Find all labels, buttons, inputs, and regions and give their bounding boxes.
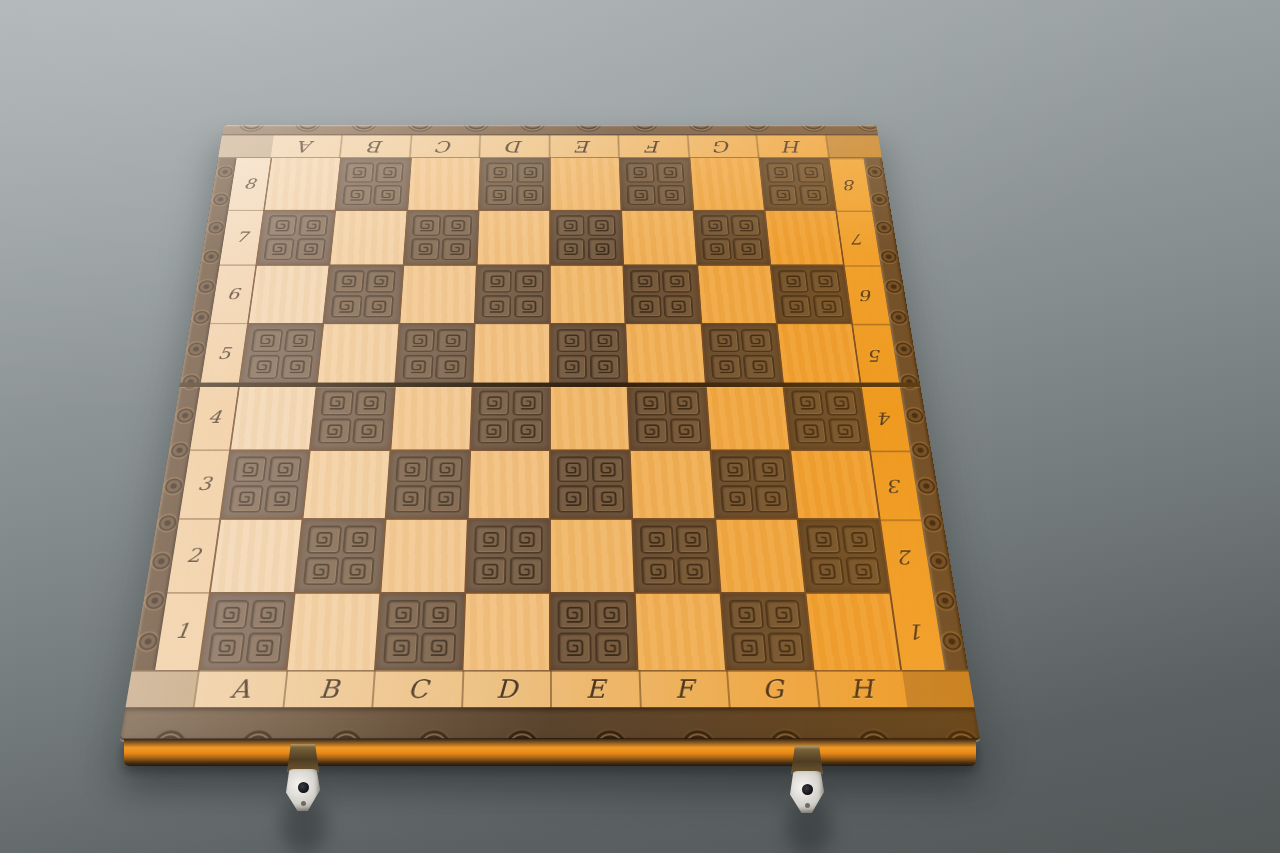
square-spiral-icon [251, 637, 278, 659]
spiral-stamp [442, 238, 471, 260]
square-spiral-icon [810, 530, 835, 550]
spiral-stamp [592, 485, 625, 512]
square-spiral-icon [562, 489, 585, 508]
square-spiral-icon [426, 637, 451, 659]
square-spiral-icon [349, 165, 370, 179]
square-spiral-icon [630, 165, 650, 179]
square-h1[interactable] [806, 593, 900, 669]
spiral-stamp [485, 185, 513, 205]
square-spiral-icon [518, 298, 539, 314]
square-spiral-icon [560, 218, 580, 233]
spiral-stamp [284, 329, 316, 353]
spiral-stamp [556, 215, 584, 236]
square-spiral-icon [303, 218, 325, 233]
file-label-d-bottom: D [461, 670, 550, 707]
square-d3[interactable] [469, 451, 550, 519]
spiral-stamp [636, 418, 668, 444]
file-label-a-bottom: A [193, 670, 286, 707]
square-spiral-icon [850, 561, 876, 581]
spiral-stamp [477, 418, 509, 444]
square-spiral-icon [308, 561, 333, 581]
spiral-stamp [340, 557, 375, 586]
square-f6[interactable] [624, 266, 700, 323]
spiral-stamp [663, 295, 694, 318]
square-spiral-icon [517, 394, 539, 412]
spiral-stamp [208, 633, 246, 664]
square-spiral-icon [408, 332, 430, 349]
spiral-stamp [514, 270, 543, 292]
spiral-stamp [627, 185, 656, 205]
spiral-stamp [595, 633, 630, 664]
square-a3[interactable] [221, 451, 309, 519]
spiral-stamp [510, 526, 543, 554]
spiral-stamp [841, 526, 877, 554]
spiral-stamp [733, 238, 764, 260]
spiral-stamp [383, 633, 419, 664]
square-e2[interactable] [551, 520, 634, 592]
square-a2[interactable] [211, 520, 302, 592]
square-spiral-icon [416, 218, 437, 233]
square-spiral-icon [599, 604, 623, 625]
square-spiral-icon [814, 561, 840, 581]
square-spiral-icon [300, 241, 322, 256]
spiral-stamp [768, 633, 805, 664]
square-spiral-icon [563, 637, 587, 659]
spiral-stamp [796, 163, 826, 183]
square-spiral-icon [486, 298, 507, 314]
square-b1[interactable] [288, 593, 379, 669]
square-d7[interactable] [477, 211, 549, 265]
square-spiral-icon [562, 604, 586, 625]
square-spiral-icon [713, 332, 735, 349]
spiral-stamp [251, 329, 284, 353]
clasp-latch-left [284, 744, 322, 814]
spiral-stamp [589, 329, 619, 353]
square-spiral-icon [592, 241, 613, 256]
file-label-c-bottom: C [371, 670, 462, 707]
square-spiral-icon [268, 241, 290, 256]
spiral-stamp [557, 355, 587, 379]
square-c8[interactable] [408, 158, 480, 209]
spiral-stamp [809, 557, 845, 586]
square-spiral-icon [400, 460, 423, 479]
square-e5[interactable] [551, 324, 627, 384]
spiral-stamp [430, 456, 463, 482]
square-d8[interactable] [479, 158, 549, 209]
square-spiral-icon [673, 394, 696, 412]
square-spiral-icon [561, 358, 582, 375]
square-spiral-icon [483, 394, 505, 412]
square-f5[interactable] [626, 324, 704, 384]
square-h3[interactable] [791, 451, 879, 519]
square-f7[interactable] [622, 211, 696, 265]
square-f8[interactable] [620, 158, 692, 209]
square-spiral-icon [377, 188, 398, 202]
spiral-stamp [352, 418, 385, 444]
spiral-stamp [558, 599, 592, 629]
spiral-stamp [212, 599, 249, 629]
square-spiral-icon [433, 489, 456, 508]
square-spiral-icon [414, 241, 435, 256]
square-spiral-icon [490, 165, 510, 179]
spiral-stamp [728, 599, 764, 629]
spiral-stamp [765, 599, 801, 629]
square-spiral-icon [288, 332, 311, 349]
square-spiral-icon [478, 561, 502, 581]
square-spiral-icon [660, 165, 680, 179]
square-a5[interactable] [240, 324, 322, 384]
square-spiral-icon [379, 165, 400, 179]
label-strip-corner [126, 670, 198, 707]
square-e7[interactable] [551, 211, 623, 265]
square-spiral-icon [785, 298, 808, 314]
square-spiral-icon [370, 274, 392, 290]
file-label-b-top: B [340, 135, 411, 158]
spiral-stamp [486, 163, 514, 183]
square-spiral-icon [489, 188, 509, 202]
square-c4[interactable] [391, 385, 471, 449]
square-d5[interactable] [473, 324, 549, 384]
spiral-stamp [512, 418, 543, 444]
spiral-stamp [395, 456, 428, 482]
spiral-stamp [812, 295, 844, 318]
square-spiral-icon [748, 358, 771, 375]
square-spiral-icon [218, 604, 245, 625]
spiral-stamp [731, 633, 767, 664]
square-spiral-icon [348, 530, 373, 550]
spiral-stamp [743, 355, 775, 379]
square-spiral-icon [636, 298, 657, 314]
spiral-stamp [402, 355, 434, 379]
clasp-latch-right [788, 746, 826, 816]
spiral-stamp [412, 215, 441, 236]
spiral-stamp [321, 391, 354, 416]
spiral-stamp [373, 185, 402, 205]
spiral-stamp [794, 418, 828, 444]
square-d4[interactable] [471, 385, 549, 449]
file-label-c-top: C [410, 135, 481, 158]
spiral-stamp [676, 526, 710, 554]
square-spiral-icon [681, 530, 705, 550]
spiral-stamp [791, 391, 824, 416]
file-label-g-bottom: G [726, 670, 818, 707]
square-spiral-icon [427, 604, 452, 625]
square-h6[interactable] [771, 266, 851, 323]
spiral-stamp [641, 557, 675, 586]
spiral-stamp [333, 270, 364, 292]
spiral-stamp [474, 526, 507, 554]
square-b2[interactable] [296, 520, 384, 592]
spiral-stamp [631, 295, 661, 318]
spiral-stamp [363, 295, 394, 318]
square-spiral-icon [435, 460, 458, 479]
square-spiral-icon [635, 274, 656, 290]
chessboard: ABCDEFGH 87654321 87654321 ABCDEFGH [120, 125, 980, 740]
spiral-stamp [482, 270, 511, 292]
square-c3[interactable] [386, 451, 469, 519]
file-label-e-bottom: E [550, 670, 639, 707]
spiral-stamp [343, 526, 378, 554]
spiral-stamp [318, 418, 351, 444]
file-label-f-top: F [619, 135, 690, 158]
spiral-stamp [435, 355, 466, 379]
square-d1[interactable] [463, 593, 549, 669]
square-spiral-icon [357, 422, 380, 440]
spiral-stamp [828, 418, 862, 444]
square-a8[interactable] [265, 158, 340, 209]
square-h8[interactable] [760, 158, 835, 209]
square-h7[interactable] [765, 211, 843, 265]
square-spiral-icon [482, 422, 504, 440]
square-spiral-icon [256, 332, 279, 349]
square-spiral-icon [390, 604, 415, 625]
square-spiral-icon [795, 394, 819, 412]
label-strip-corner [902, 670, 974, 707]
square-spiral-icon [398, 489, 422, 508]
square-g3[interactable] [711, 451, 796, 519]
square-spiral-icon [520, 188, 540, 202]
spiral-stamp [557, 456, 589, 482]
square-spiral-icon [273, 460, 298, 479]
spiral-stamp [263, 238, 294, 260]
square-g2[interactable] [716, 520, 804, 592]
spiral-stamp [514, 295, 543, 318]
square-b5[interactable] [318, 324, 398, 384]
square-e3[interactable] [551, 451, 632, 519]
board-front-edge [124, 739, 976, 766]
square-spiral-icon [335, 298, 357, 314]
spiral-stamp [626, 163, 654, 183]
spiral-stamp [592, 456, 624, 482]
square-f2[interactable] [633, 520, 719, 592]
spiral-stamp [437, 329, 468, 353]
square-g6[interactable] [698, 266, 776, 323]
spiral-stamp [245, 633, 283, 664]
file-label-d-top: D [480, 135, 550, 158]
clasp-hinge-left [287, 744, 319, 772]
square-b3[interactable] [304, 451, 389, 519]
square-spiral-icon [817, 298, 840, 314]
square-spiral-icon [722, 460, 746, 479]
square-spiral-icon [238, 460, 263, 479]
square-b7[interactable] [331, 211, 407, 265]
square-spiral-icon [829, 394, 853, 412]
square-c2[interactable] [381, 520, 467, 592]
square-spiral-icon [715, 358, 738, 375]
square-g4[interactable] [706, 385, 789, 449]
board-carved-border-top [222, 125, 878, 135]
square-spiral-icon [234, 489, 259, 508]
square-spiral-icon [440, 358, 462, 375]
spiral-stamp [233, 456, 268, 482]
spiral-stamp [420, 633, 455, 664]
square-c6[interactable] [400, 266, 476, 323]
square-spiral-icon [770, 165, 791, 179]
spiral-stamp [809, 270, 841, 292]
spiral-stamp [590, 355, 621, 379]
spiral-stamp [557, 485, 589, 512]
square-spiral-icon [782, 274, 804, 290]
square-spiral-icon [269, 489, 294, 508]
fold-seam [180, 383, 921, 387]
spiral-stamp [670, 418, 703, 444]
square-spiral-icon [252, 358, 276, 375]
square-b6[interactable] [324, 266, 402, 323]
square-e1[interactable] [551, 593, 637, 669]
square-spiral-icon [704, 218, 725, 233]
square-spiral-icon [682, 561, 707, 581]
square-g1[interactable] [721, 593, 812, 669]
square-b8[interactable] [336, 158, 410, 209]
spiral-stamp [443, 215, 472, 236]
square-spiral-icon [798, 422, 822, 440]
spiral-stamp [755, 485, 790, 512]
square-spiral-icon [479, 530, 503, 550]
spiral-stamp [752, 456, 786, 482]
spiral-stamp [557, 329, 587, 353]
square-spiral-icon [407, 358, 429, 375]
square-e6[interactable] [551, 266, 625, 323]
square-c7[interactable] [404, 211, 478, 265]
spiral-stamp [345, 163, 374, 183]
spiral-stamp [635, 391, 667, 416]
square-spiral-icon [846, 530, 872, 550]
file-label-e-top: E [550, 135, 620, 158]
file-label-b-bottom: B [282, 670, 374, 707]
square-spiral-icon [255, 604, 281, 625]
square-c5[interactable] [396, 324, 474, 384]
square-spiral-icon [733, 604, 758, 625]
square-spiral-icon [487, 274, 508, 290]
spiral-stamp [264, 485, 299, 512]
square-spiral-icon [597, 489, 620, 508]
square-spiral-icon [562, 460, 585, 479]
spiral-stamp [375, 163, 404, 183]
square-g5[interactable] [702, 324, 782, 384]
square-spiral-icon [735, 218, 756, 233]
spiral-stamp [481, 295, 511, 318]
board-middle: 87654321 87654321 [132, 158, 968, 669]
photo-background-surface: ABCDEFGH 87654321 87654321 ABCDEFGH [0, 0, 1280, 853]
spiral-stamp [473, 557, 507, 586]
square-spiral-icon [271, 218, 293, 233]
square-spiral-icon [773, 637, 799, 659]
square-spiral-icon [594, 332, 615, 349]
square-spiral-icon [666, 274, 687, 290]
square-spiral-icon [800, 165, 821, 179]
square-e4[interactable] [551, 385, 629, 449]
spiral-stamp [247, 355, 280, 379]
square-a7[interactable] [257, 211, 335, 265]
spiral-stamp [410, 238, 440, 260]
square-spiral-icon [561, 332, 582, 349]
clasp-plate-right [790, 771, 824, 813]
square-spiral-icon [359, 394, 382, 412]
square-spiral-icon [345, 561, 370, 581]
spiral-stamp [478, 391, 509, 416]
spiral-stamp [799, 185, 829, 205]
spiral-stamp [268, 456, 303, 482]
square-g8[interactable] [690, 158, 764, 209]
spiral-stamp [630, 270, 660, 292]
file-labels-bottom: ABCDEFGH [126, 670, 975, 707]
square-spiral-icon [388, 637, 413, 659]
spiral-stamp [668, 391, 700, 416]
square-a1[interactable] [200, 593, 294, 669]
square-spiral-icon [770, 604, 796, 625]
square-spiral-icon [833, 422, 857, 440]
spiral-stamp [588, 238, 617, 260]
spiral-stamp [700, 215, 730, 236]
square-spiral-icon [757, 460, 781, 479]
file-label-h-top: H [757, 135, 829, 158]
square-spiral-icon [514, 561, 538, 581]
square-spiral-icon [338, 274, 360, 290]
square-spiral-icon [594, 358, 616, 375]
square-spiral-icon [814, 274, 837, 290]
square-spiral-icon [515, 530, 538, 550]
square-d2[interactable] [466, 520, 549, 592]
spiral-stamp [303, 557, 339, 586]
square-h5[interactable] [777, 324, 859, 384]
spiral-stamp [805, 526, 841, 554]
square-h4[interactable] [784, 385, 869, 449]
spiral-stamp [280, 355, 313, 379]
spiral-stamp [710, 355, 742, 379]
square-spiral-icon [441, 332, 463, 349]
square-a4[interactable] [231, 385, 316, 449]
square-f4[interactable] [629, 385, 709, 449]
file-labels-top: ABCDEFGH [218, 135, 882, 158]
square-f3[interactable] [631, 451, 714, 519]
spiral-stamp [306, 526, 341, 554]
file-label-f-bottom: F [638, 670, 729, 707]
spiral-stamp [393, 485, 427, 512]
square-spiral-icon [668, 298, 690, 314]
square-spiral-icon [662, 188, 683, 202]
square-f1[interactable] [636, 593, 725, 669]
square-b4[interactable] [311, 385, 394, 449]
spiral-stamp [365, 270, 396, 292]
square-spiral-icon [347, 188, 368, 202]
spiral-stamp [594, 599, 628, 629]
spiral-stamp [718, 456, 752, 482]
square-spiral-icon [213, 637, 240, 659]
square-spiral-icon [591, 218, 611, 233]
square-e8[interactable] [551, 158, 621, 209]
square-spiral-icon [646, 561, 670, 581]
square-spiral-icon [520, 165, 540, 179]
file-label-h-bottom: H [814, 670, 907, 707]
square-d6[interactable] [475, 266, 549, 323]
spiral-stamp [267, 215, 298, 236]
square-a6[interactable] [249, 266, 329, 323]
square-spiral-icon [600, 637, 625, 659]
spiral-stamp [731, 215, 761, 236]
spiral-stamp [422, 599, 457, 629]
spiral-stamp [656, 163, 685, 183]
spiral-stamp [512, 391, 543, 416]
spiral-stamp [701, 238, 731, 260]
square-c1[interactable] [375, 593, 464, 669]
clasp-plate-left [286, 769, 320, 811]
spiral-stamp [428, 485, 461, 512]
spiral-stamp [662, 270, 692, 292]
square-h2[interactable] [798, 520, 889, 592]
spiral-stamp [768, 185, 798, 205]
square-spiral-icon [561, 241, 581, 256]
square-g7[interactable] [694, 211, 770, 265]
